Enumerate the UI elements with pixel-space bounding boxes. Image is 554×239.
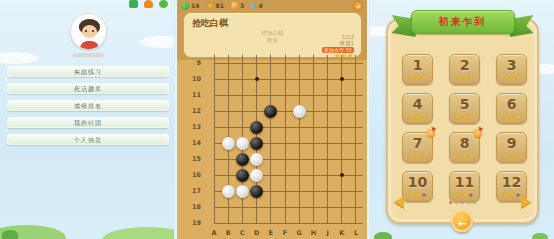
board-point-D15[interactable] [250, 151, 264, 167]
level-stars: ★★★ [502, 113, 520, 120]
back-button[interactable]: ← [451, 210, 473, 232]
chapter-title: 初来乍到 [411, 10, 515, 34]
white-stone [236, 137, 249, 150]
board-point-G17[interactable] [292, 183, 306, 199]
user-name [72, 53, 104, 57]
board-point-E10[interactable] [264, 71, 278, 87]
board-point-F15[interactable] [278, 151, 292, 167]
board-point-F12[interactable] [278, 103, 292, 119]
board-point-B12[interactable] [221, 103, 235, 119]
board-point-K11[interactable] [335, 87, 349, 103]
stat-value: 4 [258, 2, 262, 9]
stat-item: 3 [231, 2, 244, 9]
board-point-J14[interactable] [321, 135, 335, 151]
board-point-H9[interactable] [306, 55, 320, 71]
board-point-C17[interactable] [235, 183, 249, 199]
page-dot-1[interactable] [449, 201, 452, 204]
board-point-E12[interactable] [264, 103, 278, 119]
board-point-L10[interactable] [349, 71, 363, 87]
col-label-D: D [250, 229, 264, 237]
chapter-ribbon: 初来乍到 [411, 10, 515, 34]
settings-gear-icon[interactable] [353, 1, 363, 11]
stat-item: ◆4 [251, 2, 263, 10]
level-tile-4[interactable]: 4★★★ [402, 93, 433, 124]
level-tile-11[interactable]: 11★★★ [449, 171, 480, 202]
level-stars: ★★★ [408, 152, 426, 159]
board-point-K9[interactable] [335, 55, 349, 71]
board-point-K16[interactable] [335, 167, 349, 183]
star-icon: ★ [462, 152, 467, 159]
col-label-H: H [306, 229, 320, 237]
board-point-B10[interactable] [221, 71, 235, 87]
level-number: 10 [408, 173, 427, 192]
page-dot-4[interactable] [467, 201, 470, 204]
stats-row: 14★813◆4 [181, 1, 263, 10]
star-point [340, 77, 344, 81]
level-number: 2 [460, 56, 470, 75]
bush [2, 230, 18, 239]
board-point-F14[interactable] [278, 135, 292, 151]
screen: 实战练习死活题库成绩排名我的社团个人信息 14★813◆4 抢吃白棋 吃掉白棋 … [0, 0, 554, 239]
board-point-F10[interactable] [278, 71, 292, 87]
avatar-eye [85, 30, 87, 32]
board-point-K15[interactable] [335, 151, 349, 167]
board-point-B13[interactable] [221, 119, 235, 135]
page-dot-3[interactable] [461, 201, 464, 204]
board-point-G11[interactable] [292, 87, 306, 103]
level-select-panel: 初来乍到 1★★★2★★★3★★★4★★★5★★★6★★★7★★★8★★★9★★… [370, 0, 554, 239]
board-point-D18[interactable] [250, 199, 264, 215]
star-icon: ★ [502, 113, 507, 120]
board-point-C12[interactable] [235, 103, 249, 119]
level-number: 1 [413, 56, 423, 75]
stat-item: ★81 [206, 2, 224, 10]
board-point-D12[interactable] [250, 103, 264, 119]
board-point-G15[interactable] [292, 151, 306, 167]
board-point-C11[interactable] [235, 87, 249, 103]
board-point-F18[interactable] [278, 199, 292, 215]
level-tile-10[interactable]: 10★★★ [402, 171, 433, 202]
board-point-L14[interactable] [349, 135, 363, 151]
level-stars: ★★★ [455, 191, 473, 198]
avatar[interactable] [70, 13, 107, 50]
board-point-L16[interactable] [349, 167, 363, 183]
board-point-K18[interactable] [335, 199, 349, 215]
board-point-H12[interactable] [306, 103, 320, 119]
board-point-J9[interactable] [321, 55, 335, 71]
menu-item-1[interactable]: 实战练习 [7, 66, 169, 77]
level-stars: ★★★ [408, 74, 426, 81]
star-icon: ★ [468, 191, 473, 198]
board-point-G9[interactable] [292, 55, 306, 71]
board-point-A9[interactable] [207, 55, 221, 71]
black-stone [250, 121, 263, 134]
board-point-G14[interactable] [292, 135, 306, 151]
board-point-D10[interactable] [250, 71, 264, 87]
star-icon: ★ [415, 113, 420, 120]
message-icon[interactable] [159, 0, 168, 8]
next-page-arrow[interactable] [521, 196, 531, 208]
board-point-H13[interactable] [306, 119, 320, 135]
board-point-E18[interactable] [264, 199, 278, 215]
board-point-L18[interactable] [349, 199, 363, 215]
level-number: 7 [413, 134, 423, 153]
board-point-J15[interactable] [321, 151, 335, 167]
board-point-B11[interactable] [221, 87, 235, 103]
row-label-9: 9 [183, 58, 201, 68]
col-label-K: K [335, 229, 349, 237]
board-point-F11[interactable] [278, 87, 292, 103]
board-point-C18[interactable] [235, 199, 249, 215]
board-point-B15[interactable] [221, 151, 235, 167]
level-stars: ★★★ [455, 152, 473, 159]
board-point-F17[interactable] [278, 183, 292, 199]
page-dot-2[interactable] [455, 201, 458, 204]
col-label-B: B [221, 229, 235, 237]
board-point-L9[interactable] [349, 55, 363, 71]
star-icon: ★ [455, 191, 460, 198]
board-point-H16[interactable] [306, 167, 320, 183]
board-point-B17[interactable] [221, 183, 235, 199]
board-point-J17[interactable] [321, 183, 335, 199]
trophy-icon [474, 129, 482, 137]
white-stone [250, 169, 263, 182]
cloud [0, 52, 38, 64]
bush [374, 232, 392, 239]
board-point-G10[interactable] [292, 71, 306, 87]
black-stone [264, 105, 277, 118]
star-icon: ★ [408, 113, 413, 120]
medal-icon [231, 2, 238, 9]
board-point-D13[interactable] [250, 119, 264, 135]
board-point-A14[interactable] [207, 135, 221, 151]
level-stars: ★★★ [455, 74, 473, 81]
menu-item-2[interactable]: 死活题库 [7, 83, 169, 94]
level-stars: ★★★ [455, 113, 473, 120]
star-icon: ★ [455, 113, 460, 120]
col-label-C: C [235, 229, 249, 237]
col-label-J: J [321, 229, 335, 237]
board-point-K10[interactable] [335, 71, 349, 87]
board-point-E16[interactable] [264, 167, 278, 183]
col-label-E: E [264, 229, 278, 237]
cloud [140, 36, 174, 48]
board-point-J11[interactable] [321, 87, 335, 103]
row-label-12: 12 [183, 106, 201, 116]
profile-icon[interactable] [144, 0, 153, 8]
level-tile-2[interactable]: 2★★★ [449, 54, 480, 85]
menu-item-3[interactable]: 成绩排名 [7, 100, 169, 111]
board-point-C9[interactable] [235, 55, 249, 71]
level-tile-1[interactable]: 1★★★ [402, 54, 433, 85]
star-icon: ★ [509, 191, 514, 198]
board-point-C15[interactable] [235, 151, 249, 167]
col-label-A: A [207, 229, 221, 237]
star-icon: ★ [515, 74, 520, 81]
level-tile-9[interactable]: 9★★★ [496, 132, 527, 163]
star-icon: ★ [206, 2, 213, 10]
row-label-10: 10 [183, 74, 201, 84]
board-point-A15[interactable] [207, 151, 221, 167]
stat-value: 14 [191, 2, 199, 9]
board-point-J13[interactable] [321, 119, 335, 135]
pagination-dots [388, 201, 537, 204]
board-point-A16[interactable] [207, 167, 221, 183]
board-point-A13[interactable] [207, 119, 221, 135]
board-point-K17[interactable] [335, 183, 349, 199]
level-tile-7[interactable]: 7★★★ [402, 132, 433, 163]
level-card: 初来乍到 1★★★2★★★3★★★4★★★5★★★6★★★7★★★8★★★9★★… [386, 18, 539, 224]
black-stone [250, 185, 263, 198]
col-label-G: G [292, 229, 306, 237]
back-arrow-icon: ← [457, 217, 466, 230]
level-stars: ★★★ [408, 191, 426, 198]
board-point-D17[interactable] [250, 183, 264, 199]
board-point-F9[interactable] [278, 55, 292, 71]
stat-value: 81 [216, 2, 224, 9]
level-number: 9 [507, 134, 517, 153]
menu-list: 实战练习死活题库成绩排名我的社团个人信息 [7, 66, 169, 145]
board-point-L12[interactable] [349, 103, 363, 119]
star-icon: ★ [468, 113, 473, 120]
board-point-B18[interactable] [221, 199, 235, 215]
board-point-B14[interactable] [221, 135, 235, 151]
board-point-H10[interactable] [306, 71, 320, 87]
stat-value: 3 [240, 2, 244, 9]
checkin-icon[interactable] [129, 0, 138, 8]
board-point-K12[interactable] [335, 103, 349, 119]
levels-grid: 1★★★2★★★3★★★4★★★5★★★6★★★7★★★8★★★9★★★10★★… [402, 54, 527, 202]
go-board[interactable] [207, 55, 363, 231]
row-label-15: 15 [183, 154, 201, 164]
star-icon: ★ [468, 74, 473, 81]
row-label-19: 19 [183, 218, 201, 228]
level-tile-8[interactable]: 8★★★ [449, 132, 480, 163]
level-number: 3 [507, 56, 517, 75]
menu-item-4[interactable]: 我的社团 [7, 117, 169, 128]
star-icon: ★ [509, 113, 514, 120]
board-point-D11[interactable] [250, 87, 264, 103]
board-point-A17[interactable] [207, 183, 221, 199]
puzzle-difficulty: 难度1 [322, 40, 354, 46]
star-icon: ★ [421, 74, 426, 81]
star-icon: ★ [415, 191, 420, 198]
board-point-L15[interactable] [349, 151, 363, 167]
level-number: 8 [460, 134, 470, 153]
star-icon: ★ [502, 152, 507, 159]
board-point-E11[interactable] [264, 87, 278, 103]
stat-item: 14 [181, 2, 199, 10]
board-point-F13[interactable] [278, 119, 292, 135]
black-stone [236, 153, 249, 166]
white-stone [250, 153, 263, 166]
green-ball-icon [181, 2, 189, 10]
level-stars: ★★★ [502, 152, 520, 159]
board-point-H18[interactable] [306, 199, 320, 215]
board-point-E17[interactable] [264, 183, 278, 199]
board-point-J10[interactable] [321, 71, 335, 87]
level-tile-6[interactable]: 6★★★ [496, 93, 527, 124]
level-tile-3[interactable]: 3★★★ [496, 54, 527, 85]
board-point-J16[interactable] [321, 167, 335, 183]
star-icon: ★ [415, 74, 420, 81]
board-point-B16[interactable] [221, 167, 235, 183]
black-stone [250, 137, 263, 150]
star-icon: ★ [515, 113, 520, 120]
board-point-L13[interactable] [349, 119, 363, 135]
menu-item-5[interactable]: 个人信息 [7, 134, 169, 145]
star-icon: ★ [455, 152, 460, 159]
board-point-J18[interactable] [321, 199, 335, 215]
trophy-icon [427, 129, 435, 137]
avatar-eye [92, 30, 94, 32]
board-point-L11[interactable] [349, 87, 363, 103]
white-stone [222, 185, 235, 198]
level-tile-5[interactable]: 5★★★ [449, 93, 480, 124]
white-stone [222, 137, 235, 150]
board-point-H17[interactable] [306, 183, 320, 199]
board-point-G16[interactable] [292, 167, 306, 183]
level-stars: ★★★ [502, 74, 520, 81]
star-icon: ★ [462, 113, 467, 120]
star-icon: ★ [509, 74, 514, 81]
avatar-shirt [80, 41, 99, 49]
board-point-E9[interactable] [264, 55, 278, 71]
star-icon: ★ [408, 152, 413, 159]
go-puzzle-panel: 14★813◆4 抢吃白棋 吃掉白棋 黑先 1/12 难度1 奖励金币:50 ★… [177, 0, 367, 239]
bush [532, 233, 548, 239]
white-stone [293, 105, 306, 118]
level-number: 11 [455, 173, 474, 192]
star-icon: ★ [408, 74, 413, 81]
star-icon: ★ [421, 191, 426, 198]
puzzle-title: 抢吃白棋 [192, 17, 228, 30]
board-point-G13[interactable] [292, 119, 306, 135]
level-stars: ★★★ [408, 113, 426, 120]
row-label-13: 13 [183, 122, 201, 132]
hill [102, 227, 174, 239]
board-point-G18[interactable] [292, 199, 306, 215]
level-number: 6 [507, 95, 517, 114]
board-point-G12[interactable] [292, 103, 306, 119]
page-dot-5[interactable] [473, 201, 476, 204]
row-label-11: 11 [183, 90, 201, 100]
board-point-D16[interactable] [250, 167, 264, 183]
row-label-18: 18 [183, 202, 201, 212]
star-icon: ★ [502, 74, 507, 81]
star-icon: ★ [468, 152, 473, 159]
star-icon: ★ [421, 152, 426, 159]
board-point-E13[interactable] [264, 119, 278, 135]
profile-panel: 实战练习死活题库成绩排名我的社团个人信息 [0, 0, 174, 239]
board-point-D14[interactable] [250, 135, 264, 151]
board-point-K13[interactable] [335, 119, 349, 135]
board-point-K14[interactable] [335, 135, 349, 151]
col-label-F: F [278, 229, 292, 237]
puzzle-info-box: 抢吃白棋 吃掉白棋 黑先 1/12 难度1 奖励金币:50 ★★★ [183, 12, 362, 58]
level-number: 5 [460, 95, 470, 114]
board-point-H15[interactable] [306, 151, 320, 167]
board-point-H11[interactable] [306, 87, 320, 103]
level-number: 12 [502, 173, 521, 192]
row-label-16: 16 [183, 170, 201, 180]
top-icon-bar [129, 0, 168, 8]
board-point-C13[interactable] [235, 119, 249, 135]
board-point-C10[interactable] [235, 71, 249, 87]
gear-dot [357, 5, 360, 8]
white-stone [236, 185, 249, 198]
star-icon: ★ [502, 191, 507, 198]
star-point [255, 77, 259, 81]
board-point-H14[interactable] [306, 135, 320, 151]
star-icon: ★ [462, 191, 467, 198]
board-point-A11[interactable] [207, 87, 221, 103]
board-point-E15[interactable] [264, 151, 278, 167]
star-point [340, 173, 344, 177]
star-icon: ★ [515, 152, 520, 159]
board-point-A12[interactable] [207, 103, 221, 119]
board-point-C14[interactable] [235, 135, 249, 151]
row-label-14: 14 [183, 138, 201, 148]
level-stars: ★★★ [502, 191, 520, 198]
star-icon: ★ [415, 152, 420, 159]
star-icon: ★ [455, 74, 460, 81]
star-icon: ★ [462, 74, 467, 81]
row-label-17: 17 [183, 186, 201, 196]
level-number: 4 [413, 95, 423, 114]
black-stone [236, 169, 249, 182]
star-icon: ★ [421, 113, 426, 120]
board-point-D9[interactable] [250, 55, 264, 71]
board-point-B9[interactable] [221, 55, 235, 71]
board-point-J12[interactable] [321, 103, 335, 119]
star-icon: ★ [509, 152, 514, 159]
board-point-F16[interactable] [278, 167, 292, 183]
board-point-E14[interactable] [264, 135, 278, 151]
board-col-labels: ABCDEFGHJKL [207, 229, 363, 237]
star-icon: ★ [408, 191, 413, 198]
board-point-A10[interactable] [207, 71, 221, 87]
board-point-L17[interactable] [349, 183, 363, 199]
col-label-L: L [349, 229, 363, 237]
star-icon: ★ [515, 191, 520, 198]
board-point-A18[interactable] [207, 199, 221, 215]
board-point-C16[interactable] [235, 167, 249, 183]
gem-icon: ◆ [251, 2, 256, 10]
